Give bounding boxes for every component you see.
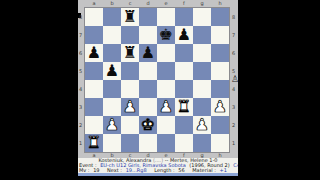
square-g8[interactable]: [193, 8, 211, 26]
square-g3[interactable]: [193, 98, 211, 116]
eco-code: C48: [233, 163, 238, 168]
white-pawn-g2[interactable]: ♟: [195, 116, 209, 134]
square-a1[interactable]: ♜: [85, 134, 103, 152]
white-pawn-b2[interactable]: ♟: [105, 116, 119, 134]
coord-label-4: 4: [79, 87, 82, 92]
coord-label-e: e: [157, 1, 175, 6]
coord-label-8: 8: [79, 15, 82, 20]
black-pawn-d6[interactable]: ♟: [141, 44, 155, 62]
coord-label-2: 2: [79, 123, 82, 128]
square-d2[interactable]: ♚: [139, 116, 157, 134]
square-b2[interactable]: ♟: [103, 116, 121, 134]
black-pawn-b5[interactable]: ♟: [105, 62, 119, 80]
square-c6[interactable]: ♜: [121, 44, 139, 62]
coord-label-2: 2: [232, 123, 235, 128]
square-f6[interactable]: [175, 44, 193, 62]
black-king-e7[interactable]: ♚: [159, 26, 173, 44]
black-rook-c8[interactable]: ♜: [123, 8, 137, 26]
square-c8[interactable]: ♜: [121, 8, 139, 26]
coord-label-1: 1: [79, 141, 82, 146]
square-a6[interactable]: ♟: [85, 44, 103, 62]
chess-board[interactable]: ♜♚♟♟♜♟♟♟♟♜♟♟♚♟♜: [85, 8, 229, 152]
square-b3[interactable]: [103, 98, 121, 116]
coord-label-f: f: [175, 1, 193, 6]
square-g2[interactable]: ♟: [193, 116, 211, 134]
square-b6[interactable]: [103, 44, 121, 62]
coord-label-a: a: [85, 1, 103, 6]
square-h2[interactable]: [211, 116, 229, 134]
square-a4[interactable]: [85, 80, 103, 98]
white-rook-a1[interactable]: ♜: [87, 134, 101, 152]
square-b5[interactable]: ♟: [103, 62, 121, 80]
square-a3[interactable]: [85, 98, 103, 116]
chess-board-frame: ♙ ♜♚♟♟♜♟♟♟♟♜♟♟♚♟♜ aabbccddeeffgghh887766…: [78, 0, 238, 158]
square-f2[interactable]: [175, 116, 193, 134]
coord-label-3: 3: [79, 105, 82, 110]
coord-label-8: 8: [232, 15, 235, 20]
square-b7[interactable]: [103, 26, 121, 44]
white-pawn-e3[interactable]: ♟: [159, 98, 173, 116]
square-d6[interactable]: ♟: [139, 44, 157, 62]
coord-label-7: 7: [79, 33, 82, 38]
video-thumbnail-stage: ♙ ♜♚♟♟♜♟♟♟♟♜♟♟♚♟♜ aabbccddeeffgghh887766…: [0, 0, 320, 180]
square-c4[interactable]: [121, 80, 139, 98]
square-e4[interactable]: [157, 80, 175, 98]
coord-label-5: 5: [232, 69, 235, 74]
coord-label-h: h: [211, 1, 229, 6]
coord-label-1: 1: [232, 141, 235, 146]
square-f4[interactable]: [175, 80, 193, 98]
square-g7[interactable]: [193, 26, 211, 44]
square-e7[interactable]: ♚: [157, 26, 175, 44]
square-d1[interactable]: [139, 134, 157, 152]
square-d4[interactable]: [139, 80, 157, 98]
square-h3[interactable]: ♟: [211, 98, 229, 116]
square-e6[interactable]: [157, 44, 175, 62]
square-c2[interactable]: [121, 116, 139, 134]
square-d7[interactable]: [139, 26, 157, 44]
coord-label-d: d: [139, 1, 157, 6]
square-g4[interactable]: [193, 80, 211, 98]
square-h6[interactable]: [211, 44, 229, 62]
square-a2[interactable]: [85, 116, 103, 134]
square-e3[interactable]: ♟: [157, 98, 175, 116]
square-e5[interactable]: [157, 62, 175, 80]
material-advantage-pawn-icon: ♙: [230, 74, 240, 84]
square-e8[interactable]: [157, 8, 175, 26]
square-c7[interactable]: [121, 26, 139, 44]
coord-label-3: 3: [232, 105, 235, 110]
coord-label-6: 6: [79, 51, 82, 56]
square-b4[interactable]: [103, 80, 121, 98]
coord-label-g: g: [193, 1, 211, 6]
white-rook-f3[interactable]: ♜: [177, 98, 191, 116]
bottom-accent-strip: [78, 173, 238, 176]
square-g1[interactable]: [193, 134, 211, 152]
square-a5[interactable]: [85, 62, 103, 80]
square-d8[interactable]: [139, 8, 157, 26]
square-b8[interactable]: [103, 8, 121, 26]
square-h8[interactable]: [211, 8, 229, 26]
square-f1[interactable]: [175, 134, 193, 152]
black-pawn-f7[interactable]: ♟: [177, 26, 191, 44]
coord-label-6: 6: [232, 51, 235, 56]
square-e1[interactable]: [157, 134, 175, 152]
square-a8[interactable]: [85, 8, 103, 26]
square-f3[interactable]: ♜: [175, 98, 193, 116]
square-c5[interactable]: [121, 62, 139, 80]
square-g6[interactable]: [193, 44, 211, 62]
square-f5[interactable]: [175, 62, 193, 80]
square-c3[interactable]: ♟: [121, 98, 139, 116]
square-a7[interactable]: [85, 26, 103, 44]
square-b1[interactable]: [103, 134, 121, 152]
square-c1[interactable]: [121, 134, 139, 152]
square-d3[interactable]: [139, 98, 157, 116]
square-h4[interactable]: [211, 80, 229, 98]
game-info-panel: Kosteniuk, Alexandra (....) -- Mertes, H…: [78, 158, 238, 173]
square-e2[interactable]: [157, 116, 175, 134]
square-f7[interactable]: ♟: [175, 26, 193, 44]
coord-label-7: 7: [232, 33, 235, 38]
square-d5[interactable]: [139, 62, 157, 80]
coord-label-5: 5: [79, 69, 82, 74]
coord-label-c: c: [121, 1, 139, 6]
square-h1[interactable]: [211, 134, 229, 152]
black-pawn-a6[interactable]: ♟: [87, 44, 101, 62]
black-rook-c6[interactable]: ♜: [123, 44, 137, 62]
coord-label-4: 4: [232, 87, 235, 92]
square-g5[interactable]: [193, 62, 211, 80]
white-pawn-c3[interactable]: ♟: [123, 98, 137, 116]
coord-label-b: b: [103, 1, 121, 6]
white-king-d2[interactable]: ♚: [141, 116, 155, 134]
square-h7[interactable]: [211, 26, 229, 44]
square-f8[interactable]: [175, 8, 193, 26]
white-pawn-h3[interactable]: ♟: [213, 98, 227, 116]
square-h5[interactable]: [211, 62, 229, 80]
